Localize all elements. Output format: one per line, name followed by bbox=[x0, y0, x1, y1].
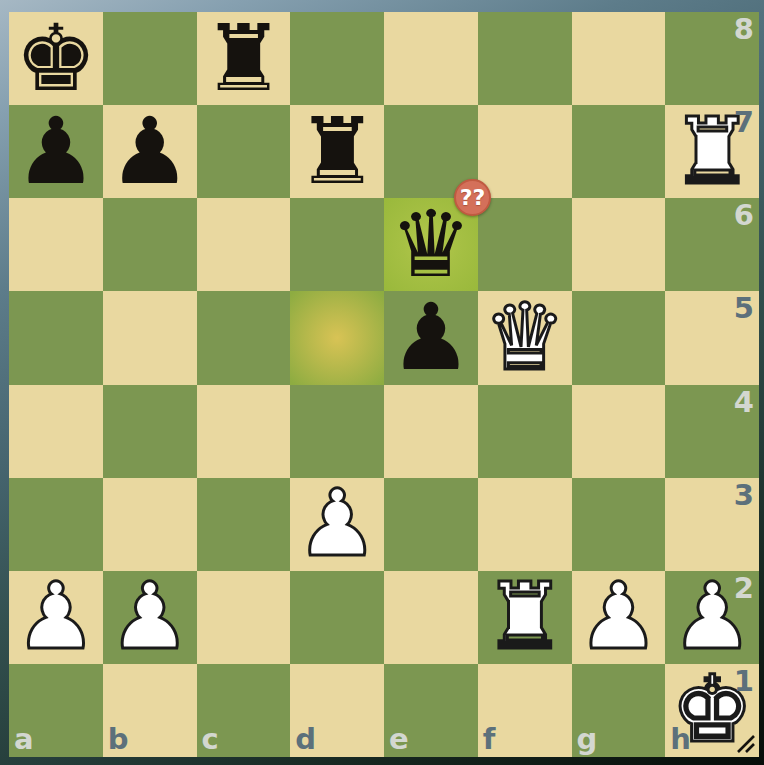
blunder-badge-label: ?? bbox=[460, 187, 486, 209]
square-h5[interactable] bbox=[665, 291, 759, 384]
square-d6[interactable] bbox=[290, 198, 384, 291]
square-d5-highlight-move-from[interactable] bbox=[290, 291, 384, 384]
piece-white-pawn-a2[interactable]: ♟ bbox=[9, 571, 103, 664]
piece-white-pawn-b2[interactable]: ♟ bbox=[103, 571, 197, 664]
square-a7[interactable]: ♟ bbox=[9, 105, 103, 198]
square-f7[interactable] bbox=[478, 105, 572, 198]
square-b6[interactable] bbox=[103, 198, 197, 291]
square-f5[interactable]: ♛ bbox=[478, 291, 572, 384]
square-g6[interactable] bbox=[572, 198, 666, 291]
square-b7[interactable]: ♟ bbox=[103, 105, 197, 198]
square-f6[interactable] bbox=[478, 198, 572, 291]
square-e2[interactable] bbox=[384, 571, 478, 664]
square-f4[interactable] bbox=[478, 385, 572, 478]
piece-black-rook-c8[interactable]: ♜ bbox=[197, 12, 291, 105]
piece-black-pawn-e5[interactable]: ♟ bbox=[384, 291, 478, 384]
square-a4[interactable] bbox=[9, 385, 103, 478]
square-b1[interactable] bbox=[103, 664, 197, 757]
square-c4[interactable] bbox=[197, 385, 291, 478]
square-a1[interactable] bbox=[9, 664, 103, 757]
piece-black-pawn-a7[interactable]: ♟ bbox=[9, 105, 103, 198]
square-a5[interactable] bbox=[9, 291, 103, 384]
square-g8[interactable] bbox=[572, 12, 666, 105]
piece-white-rook-f2[interactable]: ♜ bbox=[478, 571, 572, 664]
square-a8[interactable]: ♚ bbox=[9, 12, 103, 105]
square-f1[interactable] bbox=[478, 664, 572, 757]
square-g2[interactable]: ♟ bbox=[572, 571, 666, 664]
square-f2[interactable]: ♜ bbox=[478, 571, 572, 664]
square-c7[interactable] bbox=[197, 105, 291, 198]
square-a2[interactable]: ♟ bbox=[9, 571, 103, 664]
piece-white-queen-f5[interactable]: ♛ bbox=[478, 291, 572, 384]
square-b3[interactable] bbox=[103, 478, 197, 571]
square-b5[interactable] bbox=[103, 291, 197, 384]
square-c8[interactable]: ♜ bbox=[197, 12, 291, 105]
square-e1[interactable] bbox=[384, 664, 478, 757]
square-c6[interactable] bbox=[197, 198, 291, 291]
square-c5[interactable] bbox=[197, 291, 291, 384]
square-g7[interactable] bbox=[572, 105, 666, 198]
square-d8[interactable] bbox=[290, 12, 384, 105]
blunder-badge: ?? bbox=[454, 179, 491, 216]
piece-black-king-a8[interactable]: ♚ bbox=[9, 12, 103, 105]
square-d4[interactable] bbox=[290, 385, 384, 478]
square-g5[interactable] bbox=[572, 291, 666, 384]
square-e8[interactable] bbox=[384, 12, 478, 105]
piece-white-pawn-d3[interactable]: ♟ bbox=[290, 478, 384, 571]
board-resize-handle[interactable] bbox=[734, 732, 756, 754]
square-e5[interactable]: ♟ bbox=[384, 291, 478, 384]
chess-board: ♚♜♟♟♜♜♛♟♛♟♟♟♜♟♟♚abcdefgh87654321 bbox=[9, 12, 759, 757]
square-h8[interactable] bbox=[665, 12, 759, 105]
square-g4[interactable] bbox=[572, 385, 666, 478]
square-a3[interactable] bbox=[9, 478, 103, 571]
square-g1[interactable] bbox=[572, 664, 666, 757]
square-h3[interactable] bbox=[665, 478, 759, 571]
square-d3[interactable]: ♟ bbox=[290, 478, 384, 571]
square-f3[interactable] bbox=[478, 478, 572, 571]
piece-black-pawn-b7[interactable]: ♟ bbox=[103, 105, 197, 198]
piece-white-pawn-h2[interactable]: ♟ bbox=[665, 571, 759, 664]
square-h4[interactable] bbox=[665, 385, 759, 478]
square-h6[interactable] bbox=[665, 198, 759, 291]
square-f8[interactable] bbox=[478, 12, 572, 105]
page-background: ♚♜♟♟♜♜♛♟♛♟♟♟♜♟♟♚abcdefgh87654321 ?? bbox=[0, 0, 764, 765]
square-h2[interactable]: ♟ bbox=[665, 571, 759, 664]
square-a6[interactable] bbox=[9, 198, 103, 291]
square-c3[interactable] bbox=[197, 478, 291, 571]
square-b4[interactable] bbox=[103, 385, 197, 478]
square-b8[interactable] bbox=[103, 12, 197, 105]
square-g3[interactable] bbox=[572, 478, 666, 571]
square-c2[interactable] bbox=[197, 571, 291, 664]
square-e3[interactable] bbox=[384, 478, 478, 571]
square-d2[interactable] bbox=[290, 571, 384, 664]
piece-black-rook-d7[interactable]: ♜ bbox=[290, 105, 384, 198]
square-b2[interactable]: ♟ bbox=[103, 571, 197, 664]
piece-white-pawn-g2[interactable]: ♟ bbox=[572, 571, 666, 664]
square-d1[interactable] bbox=[290, 664, 384, 757]
square-d7[interactable]: ♜ bbox=[290, 105, 384, 198]
piece-white-rook-h7[interactable]: ♜ bbox=[665, 105, 759, 198]
square-h7[interactable]: ♜ bbox=[665, 105, 759, 198]
square-c1[interactable] bbox=[197, 664, 291, 757]
square-e4[interactable] bbox=[384, 385, 478, 478]
